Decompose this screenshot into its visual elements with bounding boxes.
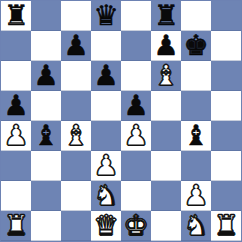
square-h7[interactable] bbox=[211, 31, 241, 61]
white-king-e1: ♚ bbox=[123, 211, 148, 241]
square-e7[interactable] bbox=[121, 31, 151, 61]
square-h6[interactable] bbox=[211, 61, 241, 91]
white-knight-g1: ♞ bbox=[183, 211, 208, 241]
black-pawn-b6: ♟ bbox=[33, 61, 58, 91]
white-rook-a1: ♜ bbox=[3, 211, 28, 241]
square-b2[interactable] bbox=[31, 181, 61, 211]
square-d4[interactable] bbox=[91, 121, 121, 151]
square-d2[interactable]: ♞ bbox=[91, 181, 121, 211]
white-pawn-g2: ♟ bbox=[183, 181, 208, 211]
square-b3[interactable] bbox=[31, 151, 61, 181]
square-h5[interactable] bbox=[211, 91, 241, 121]
square-a4[interactable]: ♟ bbox=[1, 121, 31, 151]
square-a7[interactable] bbox=[1, 31, 31, 61]
square-c3[interactable] bbox=[61, 151, 91, 181]
square-g5[interactable] bbox=[181, 91, 211, 121]
square-c7[interactable]: ♟ bbox=[61, 31, 91, 61]
square-d6[interactable]: ♟ bbox=[91, 61, 121, 91]
white-pawn-d3: ♟ bbox=[93, 151, 118, 181]
chess-board: ♜♛♜♟♟♚♟♟♝♟♟♟♝♝♟♝♟♞♟♜♛♚♞♜ bbox=[0, 0, 242, 242]
square-g6[interactable] bbox=[181, 61, 211, 91]
square-f3[interactable] bbox=[151, 151, 181, 181]
square-e8[interactable] bbox=[121, 1, 151, 31]
chess-board-wrapper: ♜♛♜♟♟♚♟♟♝♟♟♟♝♝♟♝♟♞♟♜♛♚♞♜ bbox=[0, 0, 242, 242]
square-g3[interactable] bbox=[181, 151, 211, 181]
square-b8[interactable] bbox=[31, 1, 61, 31]
square-f5[interactable] bbox=[151, 91, 181, 121]
square-d8[interactable]: ♛ bbox=[91, 1, 121, 31]
square-a8[interactable]: ♜ bbox=[1, 1, 31, 31]
square-d1[interactable]: ♛ bbox=[91, 211, 121, 241]
square-h2[interactable] bbox=[211, 181, 241, 211]
black-pawn-e5: ♟ bbox=[123, 91, 148, 121]
square-c2[interactable] bbox=[61, 181, 91, 211]
black-rook-f8: ♜ bbox=[153, 1, 178, 31]
square-d7[interactable] bbox=[91, 31, 121, 61]
white-queen-d1: ♛ bbox=[93, 211, 118, 241]
black-queen-d8: ♛ bbox=[93, 1, 118, 31]
black-rook-a8: ♜ bbox=[3, 1, 28, 31]
square-f4[interactable] bbox=[151, 121, 181, 151]
white-pawn-e4: ♟ bbox=[123, 121, 148, 151]
black-pawn-f7: ♟ bbox=[153, 31, 178, 61]
square-f6[interactable]: ♝ bbox=[151, 61, 181, 91]
square-f2[interactable] bbox=[151, 181, 181, 211]
white-rook-h1: ♜ bbox=[213, 211, 238, 241]
square-e1[interactable]: ♚ bbox=[121, 211, 151, 241]
square-g4[interactable]: ♝ bbox=[181, 121, 211, 151]
square-f1[interactable] bbox=[151, 211, 181, 241]
square-h3[interactable] bbox=[211, 151, 241, 181]
square-d3[interactable]: ♟ bbox=[91, 151, 121, 181]
black-bishop-b4: ♝ bbox=[33, 121, 58, 151]
square-e5[interactable]: ♟ bbox=[121, 91, 151, 121]
square-a2[interactable] bbox=[1, 181, 31, 211]
square-e2[interactable] bbox=[121, 181, 151, 211]
square-f7[interactable]: ♟ bbox=[151, 31, 181, 61]
square-h1[interactable]: ♜ bbox=[211, 211, 241, 241]
square-e3[interactable] bbox=[121, 151, 151, 181]
square-b1[interactable] bbox=[31, 211, 61, 241]
square-h8[interactable] bbox=[211, 1, 241, 31]
white-knight-d2: ♞ bbox=[93, 181, 118, 211]
black-pawn-d6: ♟ bbox=[93, 61, 118, 91]
square-b5[interactable] bbox=[31, 91, 61, 121]
white-pawn-a4: ♟ bbox=[3, 121, 28, 151]
square-b4[interactable]: ♝ bbox=[31, 121, 61, 151]
black-pawn-c7: ♟ bbox=[63, 31, 88, 61]
square-c8[interactable] bbox=[61, 1, 91, 31]
black-king-g7: ♚ bbox=[183, 31, 208, 61]
white-bishop-c4: ♝ bbox=[63, 121, 88, 151]
square-c5[interactable] bbox=[61, 91, 91, 121]
square-c6[interactable] bbox=[61, 61, 91, 91]
square-b7[interactable] bbox=[31, 31, 61, 61]
square-a6[interactable] bbox=[1, 61, 31, 91]
square-h4[interactable] bbox=[211, 121, 241, 151]
black-pawn-a5: ♟ bbox=[3, 91, 28, 121]
square-d5[interactable] bbox=[91, 91, 121, 121]
black-bishop-g4: ♝ bbox=[183, 121, 208, 151]
square-b6[interactable]: ♟ bbox=[31, 61, 61, 91]
square-e6[interactable] bbox=[121, 61, 151, 91]
square-e4[interactable]: ♟ bbox=[121, 121, 151, 151]
square-g2[interactable]: ♟ bbox=[181, 181, 211, 211]
square-g7[interactable]: ♚ bbox=[181, 31, 211, 61]
square-g8[interactable] bbox=[181, 1, 211, 31]
square-f8[interactable]: ♜ bbox=[151, 1, 181, 31]
square-a5[interactable]: ♟ bbox=[1, 91, 31, 121]
square-a1[interactable]: ♜ bbox=[1, 211, 31, 241]
white-bishop-f6: ♝ bbox=[153, 61, 178, 91]
square-g1[interactable]: ♞ bbox=[181, 211, 211, 241]
square-c4[interactable]: ♝ bbox=[61, 121, 91, 151]
square-c1[interactable] bbox=[61, 211, 91, 241]
square-a3[interactable] bbox=[1, 151, 31, 181]
